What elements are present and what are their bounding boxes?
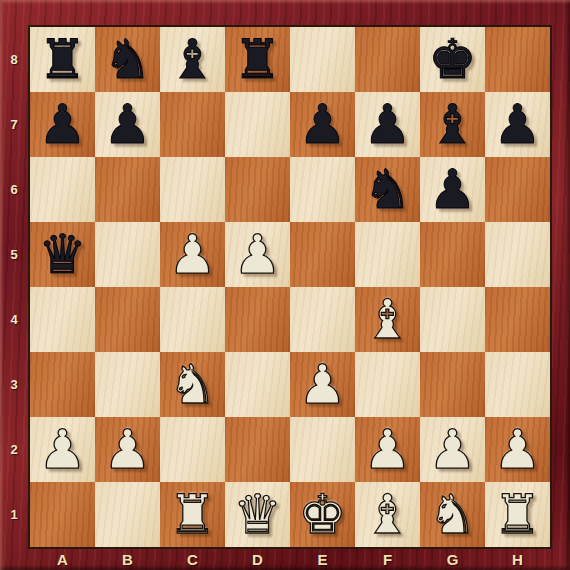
square-f6[interactable]: ♞ [355, 157, 420, 222]
rank-label-7: 7 [0, 92, 28, 157]
piece-white-pawn[interactable]: ♟ [290, 352, 355, 417]
square-a2[interactable]: ♟ [30, 417, 95, 482]
square-d1[interactable]: ♛ [225, 482, 290, 547]
square-e8[interactable] [290, 27, 355, 92]
square-e7[interactable]: ♟ [290, 92, 355, 157]
square-e3[interactable]: ♟ [290, 352, 355, 417]
square-b7[interactable]: ♟ [95, 92, 160, 157]
piece-black-bishop[interactable]: ♝ [160, 27, 225, 92]
file-label-b: B [95, 549, 160, 570]
piece-white-bishop[interactable]: ♝ [355, 287, 420, 352]
piece-white-rook[interactable]: ♜ [160, 482, 225, 547]
rank-label-6: 6 [0, 157, 28, 222]
piece-white-king[interactable]: ♚ [290, 482, 355, 547]
rank-label-2: 2 [0, 417, 28, 482]
rank-label-3: 3 [0, 352, 28, 417]
piece-white-rook[interactable]: ♜ [485, 482, 550, 547]
piece-black-pawn[interactable]: ♟ [290, 92, 355, 157]
file-label-h: H [485, 549, 550, 570]
piece-black-queen[interactable]: ♛ [30, 222, 95, 287]
square-g1[interactable]: ♞ [420, 482, 485, 547]
square-g4[interactable] [420, 287, 485, 352]
square-c4[interactable] [160, 287, 225, 352]
square-a8[interactable]: ♜ [30, 27, 95, 92]
piece-white-pawn[interactable]: ♟ [485, 417, 550, 482]
square-c3[interactable]: ♞ [160, 352, 225, 417]
square-g3[interactable] [420, 352, 485, 417]
square-c6[interactable] [160, 157, 225, 222]
square-h5[interactable] [485, 222, 550, 287]
square-g6[interactable]: ♟ [420, 157, 485, 222]
square-b3[interactable] [95, 352, 160, 417]
piece-black-rook[interactable]: ♜ [30, 27, 95, 92]
square-h3[interactable] [485, 352, 550, 417]
piece-black-pawn[interactable]: ♟ [355, 92, 420, 157]
piece-black-king[interactable]: ♚ [420, 27, 485, 92]
square-h1[interactable]: ♜ [485, 482, 550, 547]
square-f7[interactable]: ♟ [355, 92, 420, 157]
square-b8[interactable]: ♞ [95, 27, 160, 92]
square-f3[interactable] [355, 352, 420, 417]
piece-white-queen[interactable]: ♛ [225, 482, 290, 547]
piece-black-pawn[interactable]: ♟ [30, 92, 95, 157]
square-g8[interactable]: ♚ [420, 27, 485, 92]
file-label-g: G [420, 549, 485, 570]
square-a5[interactable]: ♛ [30, 222, 95, 287]
square-c7[interactable] [160, 92, 225, 157]
piece-white-bishop[interactable]: ♝ [355, 482, 420, 547]
square-b1[interactable] [95, 482, 160, 547]
piece-black-pawn[interactable]: ♟ [420, 157, 485, 222]
square-d5[interactable]: ♟ [225, 222, 290, 287]
piece-black-pawn[interactable]: ♟ [485, 92, 550, 157]
square-f5[interactable] [355, 222, 420, 287]
square-a6[interactable] [30, 157, 95, 222]
square-d7[interactable] [225, 92, 290, 157]
file-labels: ABCDEFGH [30, 549, 550, 570]
piece-white-pawn[interactable]: ♟ [160, 222, 225, 287]
board-frame: 87654321 ♜♞♝♜♚♟♟♟♟♝♟♞♟♛♟♟♝♞♟♟♟♟♟♟♜♛♚♝♞♜ … [0, 0, 570, 570]
square-e1[interactable]: ♚ [290, 482, 355, 547]
piece-black-knight[interactable]: ♞ [95, 27, 160, 92]
piece-white-pawn[interactable]: ♟ [355, 417, 420, 482]
square-g2[interactable]: ♟ [420, 417, 485, 482]
square-d4[interactable] [225, 287, 290, 352]
square-h7[interactable]: ♟ [485, 92, 550, 157]
file-label-c: C [160, 549, 225, 570]
rank-labels: 87654321 [0, 27, 28, 547]
square-h2[interactable]: ♟ [485, 417, 550, 482]
piece-black-bishop[interactable]: ♝ [420, 92, 485, 157]
rank-label-4: 4 [0, 287, 28, 352]
square-d2[interactable] [225, 417, 290, 482]
piece-white-pawn[interactable]: ♟ [420, 417, 485, 482]
piece-black-rook[interactable]: ♜ [225, 27, 290, 92]
square-e2[interactable] [290, 417, 355, 482]
square-g7[interactable]: ♝ [420, 92, 485, 157]
square-b6[interactable] [95, 157, 160, 222]
rank-label-5: 5 [0, 222, 28, 287]
square-g5[interactable] [420, 222, 485, 287]
square-a3[interactable] [30, 352, 95, 417]
square-d8[interactable]: ♜ [225, 27, 290, 92]
file-label-d: D [225, 549, 290, 570]
square-c2[interactable] [160, 417, 225, 482]
piece-white-pawn[interactable]: ♟ [30, 417, 95, 482]
file-label-a: A [30, 549, 95, 570]
square-c5[interactable]: ♟ [160, 222, 225, 287]
piece-white-pawn[interactable]: ♟ [225, 222, 290, 287]
square-b4[interactable] [95, 287, 160, 352]
square-d3[interactable] [225, 352, 290, 417]
square-b5[interactable] [95, 222, 160, 287]
square-f8[interactable] [355, 27, 420, 92]
piece-white-knight[interactable]: ♞ [420, 482, 485, 547]
square-a4[interactable] [30, 287, 95, 352]
piece-white-knight[interactable]: ♞ [160, 352, 225, 417]
piece-black-knight[interactable]: ♞ [355, 157, 420, 222]
rank-label-8: 8 [0, 27, 28, 92]
piece-white-pawn[interactable]: ♟ [95, 417, 160, 482]
square-f2[interactable]: ♟ [355, 417, 420, 482]
square-e4[interactable] [290, 287, 355, 352]
square-e6[interactable] [290, 157, 355, 222]
square-h6[interactable] [485, 157, 550, 222]
square-h8[interactable] [485, 27, 550, 92]
square-c8[interactable]: ♝ [160, 27, 225, 92]
square-h4[interactable] [485, 287, 550, 352]
file-label-e: E [290, 549, 355, 570]
square-c1[interactable]: ♜ [160, 482, 225, 547]
square-f1[interactable]: ♝ [355, 482, 420, 547]
file-label-f: F [355, 549, 420, 570]
square-a7[interactable]: ♟ [30, 92, 95, 157]
square-e5[interactable] [290, 222, 355, 287]
square-d6[interactable] [225, 157, 290, 222]
piece-black-pawn[interactable]: ♟ [95, 92, 160, 157]
chess-board: ♜♞♝♜♚♟♟♟♟♝♟♞♟♛♟♟♝♞♟♟♟♟♟♟♜♛♚♝♞♜ [28, 25, 552, 549]
rank-label-1: 1 [0, 482, 28, 547]
square-f4[interactable]: ♝ [355, 287, 420, 352]
square-a1[interactable] [30, 482, 95, 547]
square-b2[interactable]: ♟ [95, 417, 160, 482]
